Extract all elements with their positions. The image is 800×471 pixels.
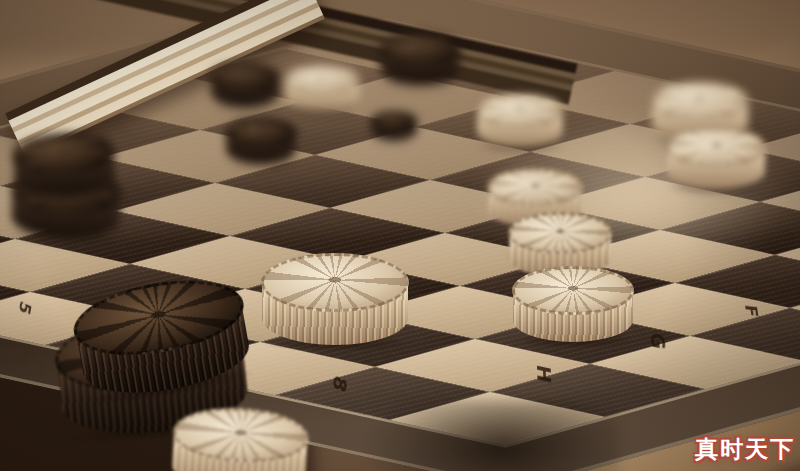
checker-piece-dark-c1 (210, 63, 280, 106)
piece-carved-top (666, 127, 766, 167)
piece-carved-top (225, 118, 297, 147)
piece-carved-top (261, 253, 409, 312)
checker-piece-dark-c2 (371, 111, 417, 139)
checker-piece-light-b2 (284, 64, 360, 111)
piece-carved-top (476, 93, 564, 128)
piece-carved-top (379, 33, 461, 66)
checker-piece-light-off-light (170, 404, 310, 471)
piece-carved-top (210, 63, 280, 91)
watermark: 真时天下 (695, 434, 795, 465)
checker-piece-dark-d2 (225, 118, 297, 163)
checker-piece-light-b5 (666, 127, 766, 189)
piece-carved-top (651, 81, 749, 120)
frame-label-F: F (741, 304, 762, 318)
checker-piece-dark-a1 (379, 33, 461, 84)
checker-piece-light-f7 (512, 266, 634, 342)
checker-piece-light-g5 (261, 253, 409, 345)
piece-carved-top (508, 212, 612, 254)
piece-carved-top (512, 266, 634, 315)
checkers-photo-scene: 5678HGF 真时天下 (0, 0, 800, 471)
checker-piece-dark-f3-top (11, 130, 116, 198)
piece-carved-top (487, 168, 583, 206)
checker-piece-light-b3 (476, 93, 564, 147)
piece-carved-top (371, 111, 417, 129)
piece-carved-top (284, 64, 360, 94)
